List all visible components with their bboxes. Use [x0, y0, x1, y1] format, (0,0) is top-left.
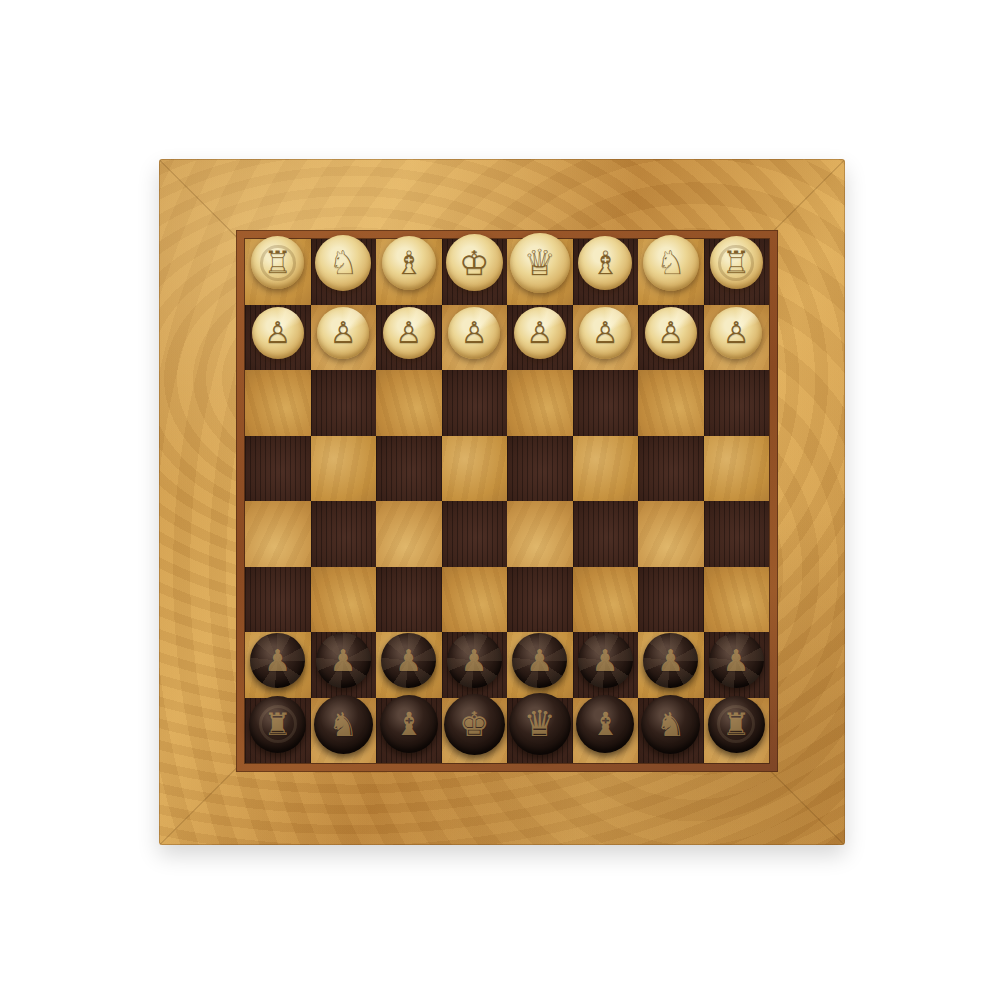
square-e6[interactable]	[442, 567, 508, 633]
square-b7[interactable]: ♟	[638, 632, 704, 698]
square-f6[interactable]	[376, 567, 442, 633]
white-rook-glyph: ♖	[264, 247, 292, 278]
square-g8[interactable]: ♞	[311, 698, 377, 764]
square-a7[interactable]: ♟	[704, 632, 770, 698]
square-c7[interactable]: ♟	[573, 632, 639, 698]
square-c8[interactable]: ♝	[573, 698, 639, 764]
white-rook[interactable]: ♖	[710, 236, 763, 289]
square-d5[interactable]	[507, 501, 573, 567]
white-pawn[interactable]: ♙	[383, 307, 435, 359]
square-h7[interactable]: ♟	[245, 632, 311, 698]
square-f1[interactable]: ♗	[376, 239, 442, 305]
black-pawn[interactable]: ♟	[316, 633, 371, 688]
white-bishop-glyph: ♗	[394, 247, 423, 279]
black-rook-glyph: ♜	[264, 709, 292, 740]
square-c1[interactable]: ♗	[573, 239, 639, 305]
white-pawn-glyph: ♙	[395, 318, 422, 348]
square-b1[interactable]: ♘	[638, 239, 704, 305]
white-pawn[interactable]: ♙	[317, 307, 369, 359]
white-pawn-glyph: ♙	[264, 318, 291, 348]
black-pawn[interactable]: ♟	[578, 633, 633, 688]
white-rook[interactable]: ♖	[251, 236, 304, 289]
square-f5[interactable]	[376, 501, 442, 567]
black-knight-glyph: ♞	[656, 708, 686, 741]
black-king[interactable]: ♚	[444, 694, 505, 755]
white-pawn-glyph: ♙	[592, 318, 619, 348]
black-pawn-glyph: ♟	[330, 646, 357, 676]
white-queen-glyph: ♕	[524, 245, 556, 281]
square-a6[interactable]	[704, 567, 770, 633]
square-a8[interactable]: ♜	[704, 698, 770, 764]
black-rook[interactable]: ♜	[708, 696, 765, 753]
square-b5[interactable]	[638, 501, 704, 567]
square-b4[interactable]	[638, 436, 704, 502]
black-bishop-glyph: ♝	[394, 708, 423, 740]
square-a4[interactable]	[704, 436, 770, 502]
square-e1[interactable]: ♔	[442, 239, 508, 305]
square-c6[interactable]	[573, 567, 639, 633]
white-king-glyph: ♔	[459, 246, 489, 280]
black-pawn-glyph: ♟	[723, 646, 750, 676]
square-h1[interactable]: ♖	[245, 239, 311, 305]
square-c2[interactable]: ♙	[573, 305, 639, 371]
square-e7[interactable]: ♟	[442, 632, 508, 698]
square-g2[interactable]: ♙	[311, 305, 377, 371]
square-a3[interactable]	[704, 370, 770, 436]
square-d7[interactable]: ♟	[507, 632, 573, 698]
white-pawn-glyph: ♙	[526, 318, 553, 348]
black-knight-glyph: ♞	[328, 708, 358, 741]
white-pawn-glyph: ♙	[657, 318, 684, 348]
black-pawn-glyph: ♟	[395, 646, 422, 676]
square-g7[interactable]: ♟	[311, 632, 377, 698]
white-knight-glyph: ♘	[656, 246, 686, 279]
square-f3[interactable]	[376, 370, 442, 436]
square-h3[interactable]	[245, 370, 311, 436]
white-knight-glyph: ♘	[328, 246, 358, 279]
square-e5[interactable]	[442, 501, 508, 567]
black-pawn[interactable]: ♟	[643, 633, 698, 688]
square-d1[interactable]: ♕	[507, 239, 573, 305]
square-g4[interactable]	[311, 436, 377, 502]
square-h4[interactable]	[245, 436, 311, 502]
white-pawn[interactable]: ♙	[448, 307, 500, 359]
square-h2[interactable]: ♙	[245, 305, 311, 371]
square-d2[interactable]: ♙	[507, 305, 573, 371]
square-g3[interactable]	[311, 370, 377, 436]
white-king[interactable]: ♔	[446, 234, 503, 291]
black-pawn-glyph: ♟	[657, 646, 684, 676]
black-pawn-glyph: ♟	[461, 646, 488, 676]
white-pawn[interactable]: ♙	[514, 307, 566, 359]
square-d3[interactable]	[507, 370, 573, 436]
black-bishop-glyph: ♝	[591, 708, 620, 740]
white-knight[interactable]: ♘	[643, 235, 699, 291]
white-bishop[interactable]: ♗	[382, 236, 436, 290]
black-pawn[interactable]: ♟	[381, 633, 436, 688]
square-g1[interactable]: ♘	[311, 239, 377, 305]
white-pawn-glyph: ♙	[330, 318, 357, 348]
square-h6[interactable]	[245, 567, 311, 633]
square-e4[interactable]	[442, 436, 508, 502]
square-c4[interactable]	[573, 436, 639, 502]
white-pawn[interactable]: ♙	[710, 307, 762, 359]
square-b3[interactable]	[638, 370, 704, 436]
black-pawn[interactable]: ♟	[709, 633, 764, 688]
square-f2[interactable]: ♙	[376, 305, 442, 371]
square-a5[interactable]	[704, 501, 770, 567]
black-knight[interactable]: ♞	[641, 695, 700, 754]
white-pawn[interactable]: ♙	[252, 307, 304, 359]
white-pawn[interactable]: ♙	[579, 307, 631, 359]
black-king-glyph: ♚	[459, 707, 489, 741]
square-f7[interactable]: ♟	[376, 632, 442, 698]
square-e2[interactable]: ♙	[442, 305, 508, 371]
white-queen[interactable]: ♕	[510, 233, 570, 293]
white-pawn-glyph: ♙	[461, 318, 488, 348]
square-b2[interactable]: ♙	[638, 305, 704, 371]
square-g5[interactable]	[311, 501, 377, 567]
white-rook-glyph: ♖	[722, 247, 750, 278]
square-e3[interactable]	[442, 370, 508, 436]
square-d4[interactable]	[507, 436, 573, 502]
black-pawn[interactable]: ♟	[512, 633, 567, 688]
square-h5[interactable]	[245, 501, 311, 567]
black-queen[interactable]: ♛	[509, 693, 571, 755]
square-a1[interactable]: ♖	[704, 239, 770, 305]
square-h8[interactable]: ♜	[245, 698, 311, 764]
square-b6[interactable]	[638, 567, 704, 633]
square-f4[interactable]	[376, 436, 442, 502]
black-pawn-glyph: ♟	[592, 646, 619, 676]
square-d8[interactable]: ♛	[507, 698, 573, 764]
black-queen-glyph: ♛	[524, 706, 556, 742]
black-bishop[interactable]: ♝	[380, 695, 438, 753]
black-rook[interactable]: ♜	[249, 696, 306, 753]
square-d6[interactable]	[507, 567, 573, 633]
square-a2[interactable]: ♙	[704, 305, 770, 371]
square-b8[interactable]: ♞	[638, 698, 704, 764]
black-pawn[interactable]: ♟	[447, 633, 502, 688]
white-knight[interactable]: ♘	[315, 235, 371, 291]
black-pawn[interactable]: ♟	[250, 633, 305, 688]
white-bishop-glyph: ♗	[591, 247, 620, 279]
square-g6[interactable]	[311, 567, 377, 633]
black-pawn-glyph: ♟	[264, 646, 291, 676]
black-pawn-glyph: ♟	[526, 646, 553, 676]
white-bishop[interactable]: ♗	[578, 236, 632, 290]
square-c5[interactable]	[573, 501, 639, 567]
chess-set-photo: ♖♘♗♔♕♗♘♖♙♙♙♙♙♙♙♙♟♟♟♟♟♟♟♟♜♞♝♚♛♝♞♜	[0, 0, 1000, 1000]
white-pawn-glyph: ♙	[723, 318, 750, 348]
white-pawn[interactable]: ♙	[645, 307, 697, 359]
black-bishop[interactable]: ♝	[576, 695, 634, 753]
chessboard: ♖♘♗♔♕♗♘♖♙♙♙♙♙♙♙♙♟♟♟♟♟♟♟♟♜♞♝♚♛♝♞♜	[245, 239, 769, 763]
square-c3[interactable]	[573, 370, 639, 436]
black-knight[interactable]: ♞	[314, 695, 373, 754]
black-rook-glyph: ♜	[722, 709, 750, 740]
square-e8[interactable]: ♚	[442, 698, 508, 764]
square-f8[interactable]: ♝	[376, 698, 442, 764]
